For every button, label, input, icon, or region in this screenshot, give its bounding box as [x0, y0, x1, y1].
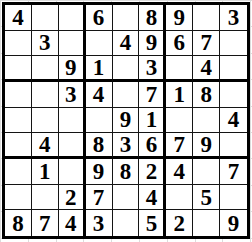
- cell-r7c7[interactable]: 4: [166, 159, 193, 185]
- cell-r7c4[interactable]: 9: [86, 159, 113, 185]
- cell-r8c9[interactable]: [220, 185, 247, 211]
- cell-r9c1[interactable]: 8: [5, 210, 32, 236]
- cell-r7c2[interactable]: 1: [32, 159, 59, 185]
- cell-r5c4[interactable]: [86, 108, 113, 134]
- cell-r1c9[interactable]: 3: [220, 5, 247, 31]
- cell-r3c5[interactable]: [113, 56, 140, 82]
- cell-r3c9[interactable]: [220, 56, 247, 82]
- cell-r5c8[interactable]: [193, 108, 220, 134]
- cell-r4c4[interactable]: 4: [86, 82, 113, 108]
- cell-r3c2[interactable]: [32, 56, 59, 82]
- cell-r1c7[interactable]: 9: [166, 5, 193, 31]
- cell-r7c5[interactable]: 8: [113, 159, 140, 185]
- cell-r9c8[interactable]: [193, 210, 220, 236]
- cell-r6c9[interactable]: [220, 133, 247, 159]
- cell-r2c7[interactable]: 6: [166, 31, 193, 57]
- cell-r9c4[interactable]: 3: [86, 210, 113, 236]
- cell-r1c2[interactable]: [32, 5, 59, 31]
- cell-r7c9[interactable]: 7: [220, 159, 247, 185]
- cell-r6c6[interactable]: 6: [139, 133, 166, 159]
- cell-r9c7[interactable]: 2: [166, 210, 193, 236]
- cell-r3c6[interactable]: 3: [139, 56, 166, 82]
- cell-r5c1[interactable]: [5, 108, 32, 134]
- sudoku-page: 4689334967913434718914483679198247274587…: [0, 0, 252, 242]
- cell-r9c5[interactable]: [113, 210, 140, 236]
- sudoku-board: 4689334967913434718914483679198247274587…: [2, 2, 250, 239]
- cell-r6c4[interactable]: 8: [86, 133, 113, 159]
- cell-r8c6[interactable]: 4: [139, 185, 166, 211]
- cell-r5c6[interactable]: 1: [139, 108, 166, 134]
- cell-r3c7[interactable]: [166, 56, 193, 82]
- cell-r5c7[interactable]: [166, 108, 193, 134]
- cell-r2c9[interactable]: [220, 31, 247, 57]
- cell-r7c6[interactable]: 2: [139, 159, 166, 185]
- cell-r6c2[interactable]: 4: [32, 133, 59, 159]
- cell-r3c8[interactable]: 4: [193, 56, 220, 82]
- cell-r5c2[interactable]: [32, 108, 59, 134]
- cell-r5c5[interactable]: 9: [113, 108, 140, 134]
- cell-r3c3[interactable]: 9: [59, 56, 86, 82]
- cell-r4c6[interactable]: 7: [139, 82, 166, 108]
- cell-r1c4[interactable]: 6: [86, 5, 113, 31]
- cell-r1c3[interactable]: [59, 5, 86, 31]
- cell-r1c1[interactable]: 4: [5, 5, 32, 31]
- cell-r2c8[interactable]: 7: [193, 31, 220, 57]
- cell-r4c2[interactable]: [32, 82, 59, 108]
- cell-r4c8[interactable]: 8: [193, 82, 220, 108]
- cell-r8c8[interactable]: 5: [193, 185, 220, 211]
- cell-r2c3[interactable]: [59, 31, 86, 57]
- cell-r7c1[interactable]: [5, 159, 32, 185]
- cell-r8c5[interactable]: [113, 185, 140, 211]
- cell-r2c2[interactable]: 3: [32, 31, 59, 57]
- cell-r6c8[interactable]: 9: [193, 133, 220, 159]
- cell-r6c5[interactable]: 3: [113, 133, 140, 159]
- cell-r9c6[interactable]: 5: [139, 210, 166, 236]
- cell-r4c1[interactable]: [5, 82, 32, 108]
- cell-r8c2[interactable]: [32, 185, 59, 211]
- cell-r2c6[interactable]: 9: [139, 31, 166, 57]
- cell-r4c9[interactable]: [220, 82, 247, 108]
- cell-r8c4[interactable]: 7: [86, 185, 113, 211]
- cell-r5c9[interactable]: 4: [220, 108, 247, 134]
- cell-r6c1[interactable]: [5, 133, 32, 159]
- cell-r3c1[interactable]: [5, 56, 32, 82]
- cell-r1c8[interactable]: [193, 5, 220, 31]
- cell-r4c3[interactable]: 3: [59, 82, 86, 108]
- cell-r9c9[interactable]: 9: [220, 210, 247, 236]
- cell-r7c3[interactable]: [59, 159, 86, 185]
- cell-r4c7[interactable]: 1: [166, 82, 193, 108]
- cell-r9c2[interactable]: 7: [32, 210, 59, 236]
- cell-r2c5[interactable]: 4: [113, 31, 140, 57]
- cell-r7c8[interactable]: [193, 159, 220, 185]
- cell-r1c6[interactable]: 8: [139, 5, 166, 31]
- cell-r3c4[interactable]: 1: [86, 56, 113, 82]
- cell-r2c1[interactable]: [5, 31, 32, 57]
- cell-r6c3[interactable]: [59, 133, 86, 159]
- cell-r8c1[interactable]: [5, 185, 32, 211]
- cell-r2c4[interactable]: [86, 31, 113, 57]
- cell-r8c7[interactable]: [166, 185, 193, 211]
- cell-r4c5[interactable]: [113, 82, 140, 108]
- cell-r1c5[interactable]: [113, 5, 140, 31]
- cell-r9c3[interactable]: 4: [59, 210, 86, 236]
- cell-r6c7[interactable]: 7: [166, 133, 193, 159]
- cell-r8c3[interactable]: 2: [59, 185, 86, 211]
- cell-r5c3[interactable]: [59, 108, 86, 134]
